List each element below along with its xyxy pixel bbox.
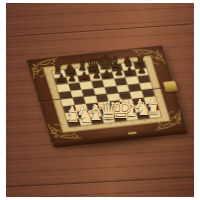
piece-black-pawn-f7[interactable]: ♟: [114, 66, 124, 76]
piece-white-knight-g1[interactable]: ♞: [134, 100, 152, 118]
product-photo: abcdefgh87654321 ♜♞♝♛♚♝♞♜♟♟♟♟♟♟♟♟♟♟♟♟♟♟♟…: [0, 0, 200, 200]
piece-black-pawn-b7[interactable]: ♟: [67, 72, 77, 82]
table-surface: abcdefgh87654321 ♜♞♝♛♚♝♞♜♟♟♟♟♟♟♟♟♟♟♟♟♟♟♟…: [6, 3, 194, 197]
piece-white-queen-d1[interactable]: ♛: [96, 99, 121, 124]
piece-black-pawn-g7[interactable]: ♟: [124, 65, 134, 75]
piece-black-pawn-d7[interactable]: ♟: [92, 69, 102, 79]
piece-black-pawn-a7[interactable]: ♟: [56, 72, 66, 82]
piece-black-pawn-c7[interactable]: ♟: [79, 70, 89, 80]
piece-black-pawn-h7[interactable]: ♟: [136, 64, 146, 74]
piece-black-pawn-e7[interactable]: ♟: [102, 68, 112, 78]
piece-white-rook-a1[interactable]: ♜: [65, 109, 81, 125]
